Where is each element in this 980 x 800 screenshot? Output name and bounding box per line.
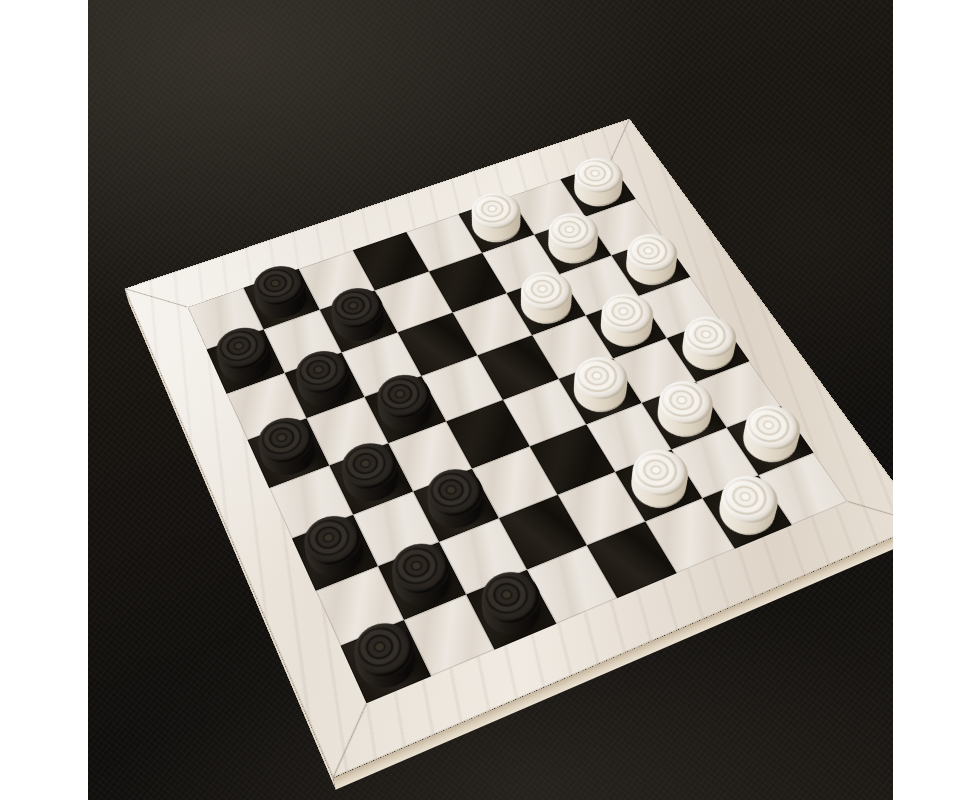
black-checker[interactable] [336, 449, 406, 509]
dark-square[interactable] [587, 522, 677, 599]
black-checker[interactable] [348, 626, 424, 696]
white-checker[interactable] [540, 221, 605, 269]
white-checker[interactable] [622, 455, 695, 515]
black-checker[interactable] [250, 274, 314, 325]
black-checker[interactable] [299, 521, 371, 585]
black-checker[interactable] [291, 358, 358, 413]
white-checker[interactable] [592, 301, 660, 353]
black-checker[interactable] [254, 424, 323, 483]
photo-backdrop [88, 0, 893, 800]
black-checker[interactable] [385, 548, 459, 613]
white-checker[interactable] [710, 481, 785, 543]
checker-top [384, 536, 459, 602]
black-checker[interactable] [326, 295, 391, 347]
black-checker[interactable] [213, 335, 279, 389]
white-checker[interactable] [565, 364, 635, 419]
black-checker[interactable] [420, 474, 492, 535]
black-checker[interactable] [473, 576, 549, 643]
white-checker[interactable] [465, 201, 529, 248]
black-checker[interactable] [371, 381, 439, 437]
white-checker[interactable] [673, 323, 742, 376]
checkers-board [124, 119, 893, 778]
